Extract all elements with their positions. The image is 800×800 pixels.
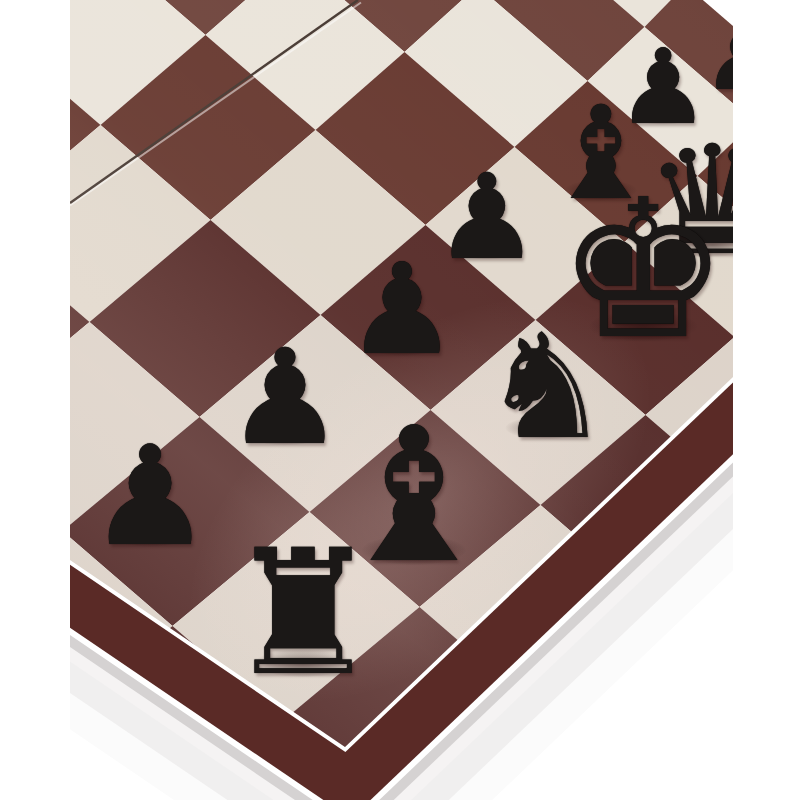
piece-black-pawn-c7[interactable]: ♟ xyxy=(346,247,459,373)
piece-black-knight-c8[interactable]: ♞ xyxy=(481,314,611,459)
product-photo-stage: ♟♟♝♛♟♚♟♞♟♟♝♜ xyxy=(0,0,800,800)
piece-black-pawn-a7[interactable]: ♟ xyxy=(88,428,212,566)
piece-black-rook-a8[interactable]: ♜ xyxy=(225,527,380,700)
chessboard-photo: ♟♟♝♛♟♚♟♞♟♟♝♜ xyxy=(70,0,733,800)
piece-black-pawn-b7[interactable]: ♟ xyxy=(226,331,344,463)
